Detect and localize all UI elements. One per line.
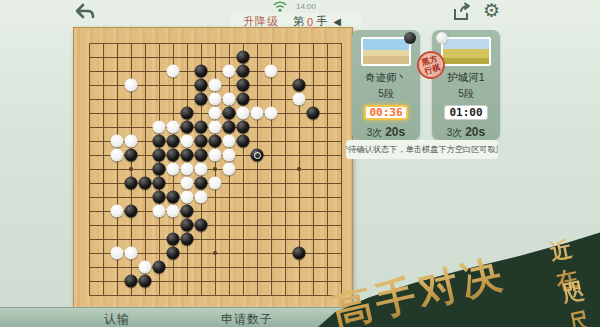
system-time: 14:00 [296, 2, 316, 11]
settings-gear-icon[interactable]: ⚙ [483, 0, 500, 22]
stone-black [195, 219, 208, 232]
stone-white [125, 79, 138, 92]
stone-black [153, 191, 166, 204]
stone-white [167, 163, 180, 176]
stone-white [125, 247, 138, 260]
stone-black [181, 149, 194, 162]
player-black-name: 奇迹师丶 [365, 71, 407, 85]
star-point [129, 167, 133, 171]
stone-white [209, 121, 222, 134]
stone-white [209, 93, 222, 106]
stone-white [195, 191, 208, 204]
stone-black [195, 93, 208, 106]
stone-white [153, 205, 166, 218]
stone-black [293, 247, 306, 260]
wifi-icon [273, 1, 287, 12]
player-white-byoyomi: 3次 20s [447, 125, 485, 140]
stone-black [167, 135, 180, 148]
stone-black [195, 177, 208, 190]
stone-black [125, 177, 138, 190]
stone-white [209, 177, 222, 190]
stone-black [237, 135, 250, 148]
stone-black [293, 79, 306, 92]
stone-black [153, 163, 166, 176]
stone-black [153, 261, 166, 274]
stone-white [181, 177, 194, 190]
player-card-white: 护城河1 5段 01:00 3次 20s [432, 30, 500, 140]
stone-black [195, 149, 208, 162]
stone-black [167, 233, 180, 246]
stone-white [265, 65, 278, 78]
stone-black [223, 107, 236, 120]
stone-black [125, 275, 138, 288]
star-point [297, 167, 301, 171]
stone-white [111, 247, 124, 260]
stone-black [223, 121, 236, 134]
stone-white [209, 79, 222, 92]
stone-black [195, 65, 208, 78]
stone-white [181, 191, 194, 204]
back-button[interactable] [74, 3, 96, 21]
stone-white [167, 121, 180, 134]
white-stone-badge [436, 32, 448, 44]
stone-white [251, 107, 264, 120]
stone-white [223, 93, 236, 106]
stone-black [139, 275, 152, 288]
stone-black [237, 51, 250, 64]
stone-black [195, 121, 208, 134]
player-white-avatar[interactable] [441, 37, 491, 66]
go-board[interactable] [73, 27, 353, 310]
stone-black [139, 177, 152, 190]
player-black-avatar[interactable] [361, 37, 411, 66]
stone-white [223, 149, 236, 162]
stone-white [167, 205, 180, 218]
player-white-timer: 01:00 [444, 105, 488, 120]
star-point [213, 251, 217, 255]
stone-white [265, 107, 278, 120]
stone-black-last-move [251, 149, 264, 162]
stone-white [111, 135, 124, 148]
stone-white [223, 135, 236, 148]
go-app-screen: { "game": "go", "status_bar": { "time": … [0, 0, 600, 327]
stone-white [167, 65, 180, 78]
stone-white [195, 163, 208, 176]
player-black-byoyomi: 3次 20s [367, 125, 405, 140]
stone-white [111, 205, 124, 218]
stone-black [181, 107, 194, 120]
black-stone-badge [404, 32, 416, 44]
stone-white [237, 107, 250, 120]
player-white-name: 护城河1 [447, 71, 484, 85]
stone-black [237, 79, 250, 92]
stone-black [181, 219, 194, 232]
stone-black [237, 93, 250, 106]
stone-black [181, 233, 194, 246]
stone-black [167, 247, 180, 260]
stone-white [125, 135, 138, 148]
stone-black [125, 149, 138, 162]
stone-white [209, 149, 222, 162]
stone-white [223, 65, 236, 78]
stone-white [209, 107, 222, 120]
player-black-timer: 00:36 [364, 105, 408, 120]
stone-black [153, 177, 166, 190]
stone-white [139, 261, 152, 274]
stone-white [153, 121, 166, 134]
stone-black [153, 135, 166, 148]
stone-black [181, 121, 194, 134]
stone-white [293, 93, 306, 106]
player-black-rank: 5段 [378, 87, 394, 101]
request-count-button[interactable]: 申请数子 [221, 311, 273, 327]
stone-black [237, 121, 250, 134]
stone-black [307, 107, 320, 120]
stone-white [223, 163, 236, 176]
stone-white [181, 163, 194, 176]
stone-black [209, 135, 222, 148]
star-point [213, 167, 217, 171]
stone-white [181, 135, 194, 148]
share-icon[interactable] [452, 2, 472, 22]
stone-black [153, 149, 166, 162]
stone-black [125, 205, 138, 218]
player-white-rank: 5段 [458, 87, 474, 101]
hint-text: 在落子待确认状态下，单击棋盘下方空白区可取消落子 [346, 140, 498, 159]
stone-black [167, 191, 180, 204]
player-card-black: 奇迹师丶 5段 00:36 3次 20s [352, 30, 420, 140]
stone-white [111, 149, 124, 162]
collapse-band-button[interactable]: ◀ [333, 16, 341, 27]
stone-black [195, 79, 208, 92]
stone-black [181, 205, 194, 218]
go-board-grid[interactable] [89, 43, 342, 296]
stone-black [237, 65, 250, 78]
stone-black [195, 135, 208, 148]
resign-button[interactable]: 认输 [104, 311, 130, 327]
move-number: 0 [307, 16, 313, 28]
stone-black [167, 149, 180, 162]
